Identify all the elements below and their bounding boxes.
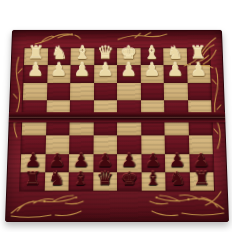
light-pawn[interactable]: ♟ — [50, 61, 67, 79]
square-r7c4[interactable]: ♚ — [117, 172, 141, 191]
square-r7c5[interactable]: ♝ — [141, 172, 165, 191]
dark-pawn[interactable]: ♟ — [121, 151, 138, 169]
square-r2c7[interactable] — [187, 83, 211, 100]
dark-pawn[interactable]: ♟ — [192, 151, 209, 169]
dark-rook[interactable]: ♜ — [24, 169, 41, 187]
light-pawn[interactable]: ♟ — [167, 61, 184, 79]
square-r7c0[interactable]: ♜ — [20, 172, 45, 191]
dark-knight[interactable]: ♞ — [48, 169, 65, 187]
fold-hinge — [9, 112, 226, 122]
square-r1c2[interactable]: ♟ — [70, 65, 94, 82]
square-r2c4[interactable] — [117, 83, 141, 100]
light-pawn[interactable]: ♟ — [143, 61, 160, 79]
light-pawn[interactable]: ♟ — [190, 61, 208, 79]
square-r7c6[interactable]: ♞ — [165, 172, 190, 191]
square-r7c1[interactable]: ♞ — [44, 172, 69, 191]
square-r2c6[interactable] — [164, 83, 188, 100]
dark-pawn[interactable]: ♟ — [97, 151, 114, 169]
dark-bishop[interactable]: ♝ — [145, 169, 162, 187]
square-r1c1[interactable]: ♟ — [47, 65, 71, 82]
square-r7c7[interactable]: ♜ — [189, 172, 214, 191]
engraving-bottom-right — [144, 188, 226, 219]
square-r2c2[interactable] — [70, 83, 94, 100]
dark-king[interactable]: ♚ — [121, 169, 138, 187]
chess-set-photo: ♜♞♝♛♚♝♞♜♟♟♟♟♟♟♟♟♟♟♟♟♟♟♟♟♜♞♝♛♚♝♞♜ — [0, 0, 232, 232]
dark-pawn[interactable]: ♟ — [168, 151, 185, 169]
square-r1c3[interactable]: ♟ — [94, 65, 117, 82]
dark-queen[interactable]: ♛ — [96, 169, 113, 187]
square-r1c0[interactable]: ♟ — [23, 65, 47, 82]
square-r1c6[interactable]: ♟ — [163, 65, 187, 82]
square-r1c7[interactable]: ♟ — [187, 65, 211, 82]
chess-board: ♜♞♝♛♚♝♞♜♟♟♟♟♟♟♟♟♟♟♟♟♟♟♟♟♜♞♝♛♚♝♞♜ — [5, 30, 229, 222]
square-r7c3[interactable]: ♛ — [93, 172, 117, 191]
square-r7c2[interactable]: ♝ — [69, 172, 93, 191]
square-r1c4[interactable]: ♟ — [117, 65, 140, 82]
dark-pawn[interactable]: ♟ — [48, 151, 65, 169]
square-r1c5[interactable]: ♟ — [140, 65, 164, 82]
dark-rook[interactable]: ♜ — [193, 169, 210, 187]
dark-pawn[interactable]: ♟ — [73, 151, 90, 169]
square-r2c0[interactable] — [23, 83, 47, 100]
light-pawn[interactable]: ♟ — [27, 61, 45, 79]
dark-pawn[interactable]: ♟ — [24, 151, 41, 169]
square-r2c1[interactable] — [46, 83, 70, 100]
dark-bishop[interactable]: ♝ — [72, 169, 89, 187]
dark-knight[interactable]: ♞ — [169, 169, 186, 187]
square-r2c5[interactable] — [140, 83, 164, 100]
engraving-top-center — [116, 31, 169, 43]
square-r2c3[interactable] — [93, 83, 117, 100]
light-pawn[interactable]: ♟ — [73, 61, 90, 79]
light-pawn[interactable]: ♟ — [97, 61, 114, 79]
dark-pawn[interactable]: ♟ — [145, 151, 162, 169]
engraving-bottom-left — [9, 190, 87, 219]
light-pawn[interactable]: ♟ — [120, 61, 137, 79]
